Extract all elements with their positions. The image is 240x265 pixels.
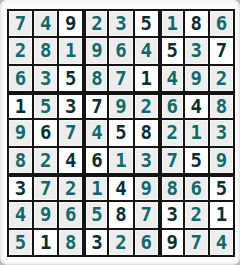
cell-r4c1[interactable]: 1 — [9, 93, 32, 118]
cell-r8c1[interactable]: 4 — [9, 202, 32, 227]
cell-r6c7[interactable]: 7 — [160, 148, 183, 173]
cell-r8c3[interactable]: 6 — [59, 202, 82, 227]
cell-r1c3[interactable]: 9 — [59, 11, 82, 36]
cell-r9c5[interactable]: 2 — [109, 230, 132, 255]
cell-r3c2[interactable]: 3 — [34, 66, 57, 91]
cell-r6c6[interactable]: 3 — [135, 148, 158, 173]
cell-r8c8[interactable]: 2 — [185, 202, 208, 227]
cell-r3c6[interactable]: 1 — [135, 66, 158, 91]
cell-r5c5[interactable]: 5 — [109, 120, 132, 145]
cell-r2c2[interactable]: 8 — [34, 38, 57, 63]
cell-r9c7[interactable]: 9 — [160, 230, 183, 255]
cell-r8c5[interactable]: 8 — [109, 202, 132, 227]
cell-r2c1[interactable]: 2 — [9, 38, 32, 63]
cell-r6c3[interactable]: 4 — [59, 148, 82, 173]
cell-r8c2[interactable]: 9 — [34, 202, 57, 227]
cell-r9c4[interactable]: 3 — [84, 230, 107, 255]
cell-r7c9[interactable]: 5 — [210, 175, 233, 200]
cell-r7c7[interactable]: 8 — [160, 175, 183, 200]
cell-r1c8[interactable]: 8 — [185, 11, 208, 36]
cell-r3c5[interactable]: 7 — [109, 66, 132, 91]
cell-r3c1[interactable]: 6 — [9, 66, 32, 91]
cell-r9c9[interactable]: 4 — [210, 230, 233, 255]
cell-r2c5[interactable]: 6 — [109, 38, 132, 63]
cell-r7c3[interactable]: 2 — [59, 175, 82, 200]
cell-r9c2[interactable]: 1 — [34, 230, 57, 255]
cell-r8c7[interactable]: 3 — [160, 202, 183, 227]
cell-r2c3[interactable]: 1 — [59, 38, 82, 63]
cell-r9c1[interactable]: 5 — [9, 230, 32, 255]
cell-r1c6[interactable]: 5 — [135, 11, 158, 36]
cell-r4c2[interactable]: 5 — [34, 93, 57, 118]
cell-r3c7[interactable]: 4 — [160, 66, 183, 91]
cell-r2c8[interactable]: 3 — [185, 38, 208, 63]
cell-r7c5[interactable]: 4 — [109, 175, 132, 200]
cell-r2c7[interactable]: 5 — [160, 38, 183, 63]
cell-r5c8[interactable]: 1 — [185, 120, 208, 145]
cell-r8c9[interactable]: 1 — [210, 202, 233, 227]
cell-r8c4[interactable]: 5 — [84, 202, 107, 227]
cell-r6c5[interactable]: 1 — [109, 148, 132, 173]
cell-r3c4[interactable]: 8 — [84, 66, 107, 91]
cell-r3c9[interactable]: 2 — [210, 66, 233, 91]
cell-r4c3[interactable]: 3 — [59, 93, 82, 118]
cell-r1c2[interactable]: 4 — [34, 11, 57, 36]
cell-r7c8[interactable]: 6 — [185, 175, 208, 200]
cell-r4c8[interactable]: 4 — [185, 93, 208, 118]
cell-r2c4[interactable]: 9 — [84, 38, 107, 63]
cell-r5c1[interactable]: 9 — [9, 120, 32, 145]
cell-r1c5[interactable]: 3 — [109, 11, 132, 36]
cell-r2c6[interactable]: 4 — [135, 38, 158, 63]
cell-r3c3[interactable]: 5 — [59, 66, 82, 91]
cell-r8c6[interactable]: 7 — [135, 202, 158, 227]
cell-r6c1[interactable]: 8 — [9, 148, 32, 173]
cell-r3c8[interactable]: 9 — [185, 66, 208, 91]
sudoku-board: 7492351862819645376358714921537926489674… — [7, 9, 235, 257]
cell-r7c6[interactable]: 9 — [135, 175, 158, 200]
cell-r9c6[interactable]: 6 — [135, 230, 158, 255]
cell-r5c7[interactable]: 2 — [160, 120, 183, 145]
cell-r4c9[interactable]: 8 — [210, 93, 233, 118]
cell-r7c2[interactable]: 7 — [34, 175, 57, 200]
cell-r9c3[interactable]: 8 — [59, 230, 82, 255]
cell-r4c5[interactable]: 9 — [109, 93, 132, 118]
cell-r7c1[interactable]: 3 — [9, 175, 32, 200]
cell-r4c7[interactable]: 6 — [160, 93, 183, 118]
cell-r4c4[interactable]: 7 — [84, 93, 107, 118]
cell-r2c9[interactable]: 7 — [210, 38, 233, 63]
cell-r5c3[interactable]: 7 — [59, 120, 82, 145]
cell-r6c9[interactable]: 9 — [210, 148, 233, 173]
cell-r7c4[interactable]: 1 — [84, 175, 107, 200]
cell-r5c6[interactable]: 8 — [135, 120, 158, 145]
cell-r6c2[interactable]: 2 — [34, 148, 57, 173]
cell-r6c4[interactable]: 6 — [84, 148, 107, 173]
cell-r5c2[interactable]: 6 — [34, 120, 57, 145]
cell-r5c4[interactable]: 4 — [84, 120, 107, 145]
cell-r1c9[interactable]: 6 — [210, 11, 233, 36]
cell-r9c8[interactable]: 7 — [185, 230, 208, 255]
cell-r1c7[interactable]: 1 — [160, 11, 183, 36]
cell-r4c6[interactable]: 2 — [135, 93, 158, 118]
cell-r1c4[interactable]: 2 — [84, 11, 107, 36]
cell-r6c8[interactable]: 5 — [185, 148, 208, 173]
cell-r1c1[interactable]: 7 — [9, 11, 32, 36]
cell-r5c9[interactable]: 3 — [210, 120, 233, 145]
